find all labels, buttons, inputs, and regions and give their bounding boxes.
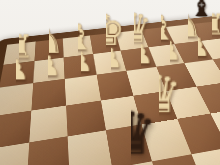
- square-f2[interactable]: ♟: [64, 54, 96, 79]
- board-grid: ♜♞♝♚♛♝♞♜♟♟♟♟♟♟♟♟♛♛: [0, 22, 220, 165]
- square-e5[interactable]: ♛: [105, 125, 151, 165]
- square-c6[interactable]: [190, 147, 220, 165]
- square-h2[interactable]: ♟: [0, 61, 34, 88]
- square-h3[interactable]: [0, 83, 33, 115]
- square-h5[interactable]: [0, 143, 28, 165]
- chess-photo-scene: ♜♞♝♚♛♝♞♜♟♟♟♟♟♟♟♟♛♛ ♝: [0, 0, 220, 165]
- square-g2[interactable]: ♟: [33, 57, 65, 83]
- square-e2[interactable]: ♟: [93, 50, 127, 75]
- chess-board: ♜♞♝♚♛♝♞♜♟♟♟♟♟♟♟♟♛♛ ♝: [0, 16, 220, 165]
- square-c2[interactable]: ♟: [148, 44, 185, 67]
- perspective-wrapper: ♜♞♝♚♛♝♞♜♟♟♟♟♟♟♟♟♛♛ ♝: [0, 0, 220, 165]
